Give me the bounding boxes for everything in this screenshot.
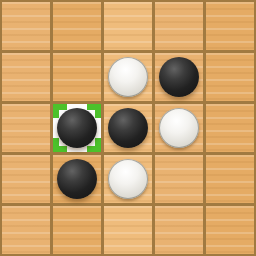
cell-r1c4[interactable] [206,53,254,101]
cell-r2c0[interactable] [2,104,50,152]
cell-r4c0[interactable] [2,206,50,254]
cell-r1c3[interactable] [155,53,203,101]
cell-r2c4[interactable] [206,104,254,152]
cell-r1c1[interactable] [53,53,101,101]
white-stone [108,159,148,199]
cell-r2c1[interactable] [53,104,101,152]
cell-r2c2[interactable] [104,104,152,152]
cell-r0c0[interactable] [2,2,50,50]
cell-r1c2[interactable] [104,53,152,101]
cell-r0c2[interactable] [104,2,152,50]
white-stone [108,57,148,97]
cell-r3c4[interactable] [206,155,254,203]
cell-r0c3[interactable] [155,2,203,50]
black-stone [57,159,97,199]
black-stone [159,57,199,97]
cell-r1c0[interactable] [2,53,50,101]
board [0,0,256,256]
cell-r3c2[interactable] [104,155,152,203]
white-stone [159,108,199,148]
cell-r0c4[interactable] [206,2,254,50]
cell-r4c4[interactable] [206,206,254,254]
cell-r4c2[interactable] [104,206,152,254]
cell-r0c1[interactable] [53,2,101,50]
cell-r3c0[interactable] [2,155,50,203]
cell-r4c3[interactable] [155,206,203,254]
cell-r4c1[interactable] [53,206,101,254]
black-stone [57,108,97,148]
black-stone [108,108,148,148]
cell-r3c3[interactable] [155,155,203,203]
cell-r2c3[interactable] [155,104,203,152]
cell-r3c1[interactable] [53,155,101,203]
